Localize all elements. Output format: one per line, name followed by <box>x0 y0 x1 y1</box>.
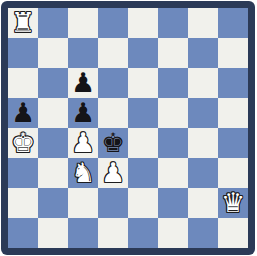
square-h8[interactable] <box>218 8 248 38</box>
square-g3[interactable] <box>188 158 218 188</box>
square-f4[interactable] <box>158 128 188 158</box>
white-knight[interactable]: ♞ <box>71 158 95 188</box>
square-b2[interactable] <box>38 188 68 218</box>
white-pawn[interactable]: ♟ <box>101 158 125 188</box>
square-d3[interactable]: ♟ <box>98 158 128 188</box>
square-a2[interactable] <box>8 188 38 218</box>
square-c7[interactable] <box>68 38 98 68</box>
black-pawn[interactable]: ♟ <box>71 98 95 128</box>
square-c1[interactable] <box>68 218 98 248</box>
white-pawn[interactable]: ♟ <box>71 128 95 158</box>
square-e5[interactable] <box>128 98 158 128</box>
square-c2[interactable] <box>68 188 98 218</box>
square-f3[interactable] <box>158 158 188 188</box>
square-b8[interactable] <box>38 8 68 38</box>
square-b1[interactable] <box>38 218 68 248</box>
white-rook[interactable]: ♜ <box>11 8 35 38</box>
black-pawn[interactable]: ♟ <box>11 98 35 128</box>
square-g7[interactable] <box>188 38 218 68</box>
square-e6[interactable] <box>128 68 158 98</box>
square-g1[interactable] <box>188 218 218 248</box>
square-h3[interactable] <box>218 158 248 188</box>
square-d7[interactable] <box>98 38 128 68</box>
square-e4[interactable] <box>128 128 158 158</box>
square-d8[interactable] <box>98 8 128 38</box>
square-c4[interactable]: ♟ <box>68 128 98 158</box>
square-g4[interactable] <box>188 128 218 158</box>
square-a8[interactable]: ♜ <box>8 8 38 38</box>
square-a3[interactable] <box>8 158 38 188</box>
square-b4[interactable] <box>38 128 68 158</box>
square-h1[interactable] <box>218 218 248 248</box>
square-h4[interactable] <box>218 128 248 158</box>
board-frame: ♜♟♟♟♚♟♚♞♟♛ <box>1 1 255 255</box>
chess-diagram: ♜♟♟♟♚♟♚♞♟♛ <box>0 0 257 256</box>
square-d1[interactable] <box>98 218 128 248</box>
white-queen[interactable]: ♛ <box>221 188 245 218</box>
square-b6[interactable] <box>38 68 68 98</box>
square-f5[interactable] <box>158 98 188 128</box>
black-pawn[interactable]: ♟ <box>71 68 95 98</box>
square-c8[interactable] <box>68 8 98 38</box>
square-e1[interactable] <box>128 218 158 248</box>
square-a4[interactable]: ♚ <box>8 128 38 158</box>
square-c6[interactable]: ♟ <box>68 68 98 98</box>
black-king[interactable]: ♚ <box>101 128 125 158</box>
square-h5[interactable] <box>218 98 248 128</box>
square-h7[interactable] <box>218 38 248 68</box>
square-d5[interactable] <box>98 98 128 128</box>
square-c5[interactable]: ♟ <box>68 98 98 128</box>
square-d6[interactable] <box>98 68 128 98</box>
square-b5[interactable] <box>38 98 68 128</box>
square-e7[interactable] <box>128 38 158 68</box>
square-f1[interactable] <box>158 218 188 248</box>
square-f8[interactable] <box>158 8 188 38</box>
square-h2[interactable]: ♛ <box>218 188 248 218</box>
square-a1[interactable] <box>8 218 38 248</box>
square-a6[interactable] <box>8 68 38 98</box>
square-b7[interactable] <box>38 38 68 68</box>
square-g6[interactable] <box>188 68 218 98</box>
square-f6[interactable] <box>158 68 188 98</box>
square-e2[interactable] <box>128 188 158 218</box>
square-a7[interactable] <box>8 38 38 68</box>
white-king[interactable]: ♚ <box>11 128 35 158</box>
square-g2[interactable] <box>188 188 218 218</box>
square-e3[interactable] <box>128 158 158 188</box>
square-a5[interactable]: ♟ <box>8 98 38 128</box>
square-g5[interactable] <box>188 98 218 128</box>
square-e8[interactable] <box>128 8 158 38</box>
square-d2[interactable] <box>98 188 128 218</box>
square-c3[interactable]: ♞ <box>68 158 98 188</box>
square-d4[interactable]: ♚ <box>98 128 128 158</box>
square-f2[interactable] <box>158 188 188 218</box>
square-f7[interactable] <box>158 38 188 68</box>
square-b3[interactable] <box>38 158 68 188</box>
square-h6[interactable] <box>218 68 248 98</box>
square-g8[interactable] <box>188 8 218 38</box>
board: ♜♟♟♟♚♟♚♞♟♛ <box>8 8 248 248</box>
